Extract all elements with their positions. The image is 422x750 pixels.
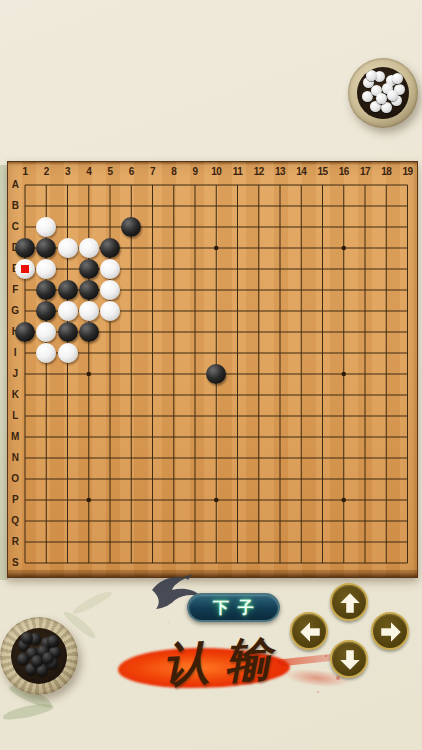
stone-black [15,322,35,342]
white-bowl-stone [387,90,398,101]
stone-black [36,301,56,321]
go-app-screen: 12345678910111213141516171819 ABCDEFGHIJ… [0,0,422,750]
arrow-right-icon [378,619,404,645]
stone-white [100,280,120,300]
stone-black [58,322,78,342]
arrow-up-icon [337,590,363,616]
bamboo-leaf [1,701,54,723]
white-bowl-interior [357,67,409,119]
stone-black [79,259,99,279]
arrow-left-icon [297,619,323,645]
stone-white [79,238,99,258]
stones-layer [14,175,418,574]
stone-black [100,238,120,258]
stone-white [58,301,78,321]
stone-white [36,343,56,363]
stone-black [79,280,99,300]
stone-black [79,322,99,342]
dpad-left-button[interactable] [290,612,328,650]
stone-black [121,217,141,237]
stone-black [15,238,35,258]
dpad-up-button[interactable] [330,583,368,621]
stone-white [58,238,78,258]
stone-white [36,217,56,237]
stone-white [15,259,35,279]
stone-black [36,280,56,300]
black-bowl-stone [21,632,33,644]
black-stones-bowl [0,617,78,695]
black-bowl-stone [47,635,59,647]
last-move-marker [21,265,29,273]
stone-black [206,364,226,384]
stone-white [36,322,56,342]
stone-white [58,343,78,363]
white-bowl-stone [366,70,377,81]
stone-white [36,259,56,279]
white-stones-bowl [348,58,418,128]
white-bowl-stone [376,93,387,104]
stone-white [100,301,120,321]
dpad-right-button[interactable] [371,612,409,650]
place-stone-button[interactable]: 下子 [187,593,280,622]
arrow-down-icon [337,647,363,673]
bamboo-leaf [70,588,113,617]
white-bowl-stone [392,73,403,84]
stone-white [100,259,120,279]
dpad-down-button[interactable] [330,640,368,678]
stone-white [79,301,99,321]
stone-black [36,238,56,258]
black-bowl-stone [42,652,54,664]
black-bowl-interior [11,628,67,684]
stone-black [58,280,78,300]
go-board[interactable]: 12345678910111213141516171819 ABCDEFGHIJ… [7,161,418,578]
